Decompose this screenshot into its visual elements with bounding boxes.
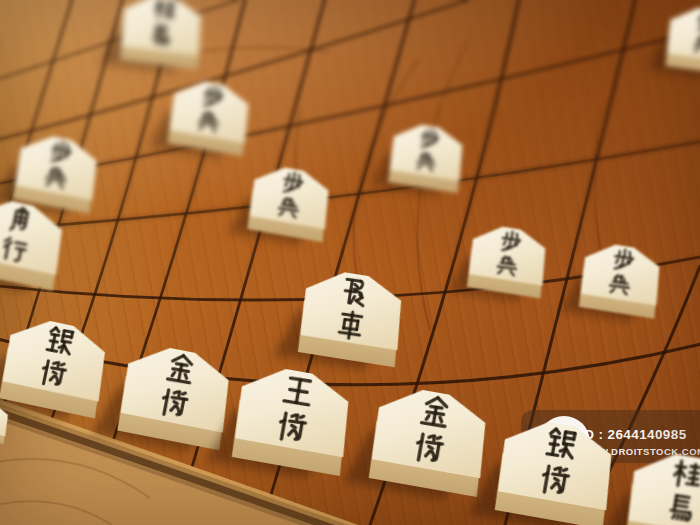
piece-kinsho-left[interactable] (115, 341, 236, 451)
piece-fuhyo-6[interactable] (465, 223, 550, 299)
piece-top-face (120, 0, 206, 55)
piece-kanji-歩兵 (31, 136, 86, 195)
piece-kanji-歩兵 (681, 8, 700, 59)
piece-hisha[interactable] (296, 267, 408, 368)
shogi-photo-scene: ID : 2644140985 WWW.DROITSTOCK.COM (0, 0, 700, 525)
piece-fuhyo-4[interactable] (387, 121, 468, 193)
piece-kanji-銀将 (22, 321, 92, 395)
piece-kanji-角行 (0, 201, 50, 269)
piece-fuhyo-1[interactable] (166, 77, 254, 157)
piece-kanji-歩兵 (265, 168, 318, 224)
piece-kanji-金将 (141, 348, 214, 426)
piece-kanji-桂馬 (137, 0, 189, 51)
piece-kanji-金将 (394, 390, 470, 471)
piece-kanji-歩兵 (404, 125, 452, 177)
piece-fuhyo-2[interactable] (11, 131, 103, 214)
piece-kinsho-right[interactable] (366, 383, 493, 497)
piece-kanji-歩兵 (596, 245, 648, 301)
piece-fuhyo-7[interactable] (577, 241, 665, 319)
piece-keima-far[interactable] (118, 0, 206, 69)
piece-kanji-王将 (257, 369, 333, 450)
piece-kanji-銀将 (520, 422, 596, 503)
piece-kanji-飛車 (320, 273, 387, 345)
piece-osho[interactable] (229, 362, 356, 476)
piece-kanji-歩兵 (185, 82, 238, 138)
piece-fuhyo-3[interactable] (246, 163, 334, 243)
piece-keima-near-partial[interactable] (624, 449, 700, 525)
piece-ginsho-right[interactable] (492, 415, 619, 525)
piece-top-face (626, 449, 700, 525)
piece-kanji-桂馬 (649, 455, 700, 525)
piece-kanji-歩兵 (483, 227, 534, 281)
